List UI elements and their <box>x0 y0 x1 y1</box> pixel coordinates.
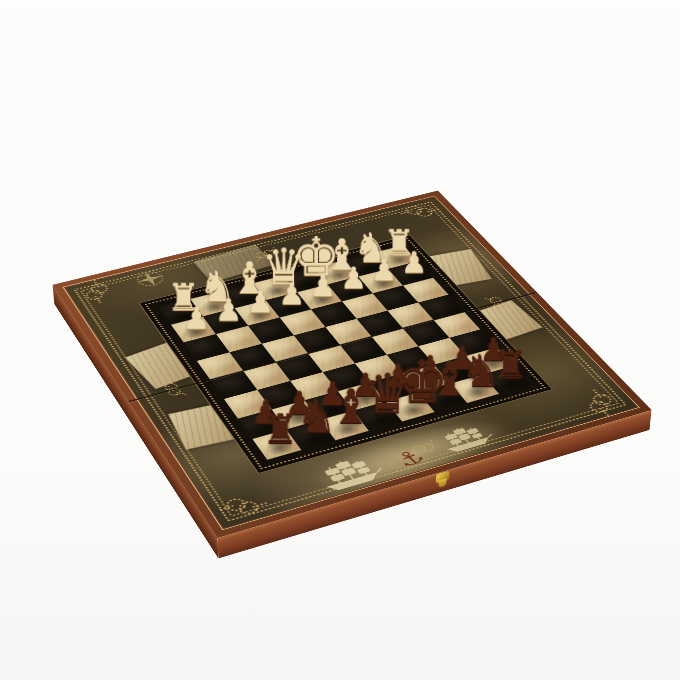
clasp-hasp <box>439 478 447 488</box>
white-pawn[interactable]: ♟ <box>243 287 277 317</box>
photo-scene: ⚓︎ ♜♞♝♛♚♝♞♜♟♟♟♟♟♟♟♟♟♟♟♟♟♟♟♟♜♞♝♛♚♝♞♜ <box>0 0 680 680</box>
black-rook[interactable]: ♜ <box>262 409 299 450</box>
brass-clasp-icon <box>433 470 453 491</box>
white-pawn[interactable]: ♟ <box>367 255 401 285</box>
square[interactable] <box>216 326 262 352</box>
chess-board: ⚓︎ ♜♞♝♛♚♝♞♜♟♟♟♟♟♟♟♟♟♟♟♟♟♟♟♟♜♞♝♛♚♝♞♜ <box>53 191 652 538</box>
black-knight[interactable]: ♞ <box>296 394 333 440</box>
white-pawn[interactable]: ♟ <box>306 271 340 301</box>
white-pawn[interactable]: ♟ <box>397 248 430 278</box>
board-top: ⚓︎ ♜♞♝♛♚♝♞♜♟♟♟♟♟♟♟♟♟♟♟♟♟♟♟♟♜♞♝♛♚♝♞♜ <box>53 191 652 538</box>
white-pawn[interactable]: ♟ <box>211 295 246 326</box>
white-pawn[interactable]: ♟ <box>179 303 214 334</box>
white-pawn[interactable]: ♟ <box>337 263 371 293</box>
white-pawn[interactable]: ♟ <box>275 279 309 309</box>
